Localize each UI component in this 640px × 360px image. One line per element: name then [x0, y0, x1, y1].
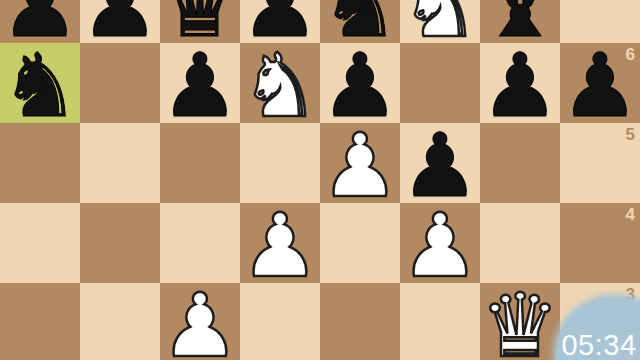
piece-black-pawn-g6[interactable]: ♟: [481, 42, 560, 130]
square-d6[interactable]: ♞: [240, 43, 320, 123]
piece-white-pawn-c3[interactable]: ♟: [161, 282, 240, 360]
rank-label-5: 5: [626, 125, 635, 145]
square-g5[interactable]: [480, 123, 560, 203]
piece-black-knight-a6[interactable]: ♞: [1, 42, 80, 130]
square-b4[interactable]: [80, 203, 160, 283]
rank-label-4: 4: [626, 205, 635, 225]
piece-white-pawn-e5[interactable]: ♟: [321, 122, 400, 210]
board-viewport: ♟♟♛♟♞♞♝♞♟♞♟♟6♟♟♟5♟♟4♟♛3 05:34: [0, 0, 640, 360]
square-a4[interactable]: [0, 203, 80, 283]
square-g3[interactable]: ♛: [480, 283, 560, 360]
square-e6[interactable]: ♟: [320, 43, 400, 123]
clock-time: 05:34: [560, 329, 638, 360]
square-f6[interactable]: [400, 43, 480, 123]
square-g6[interactable]: ♟: [480, 43, 560, 123]
square-b6[interactable]: [80, 43, 160, 123]
square-f5[interactable]: ♟: [400, 123, 480, 203]
square-a3[interactable]: [0, 283, 80, 360]
piece-white-queen-g3[interactable]: ♛: [481, 282, 560, 360]
square-c3[interactable]: ♟: [160, 283, 240, 360]
square-d3[interactable]: [240, 283, 320, 360]
square-g4[interactable]: [480, 203, 560, 283]
piece-black-pawn-c6[interactable]: ♟: [161, 42, 240, 130]
square-a5[interactable]: [0, 123, 80, 203]
square-b3[interactable]: [80, 283, 160, 360]
square-c5[interactable]: [160, 123, 240, 203]
square-f7[interactable]: ♞: [400, 0, 480, 43]
square-h6[interactable]: 6♟: [560, 43, 640, 123]
square-d5[interactable]: [240, 123, 320, 203]
square-f3[interactable]: [400, 283, 480, 360]
piece-white-pawn-d4[interactable]: ♟: [241, 202, 320, 290]
piece-white-pawn-f4[interactable]: ♟: [401, 202, 480, 290]
square-e3[interactable]: [320, 283, 400, 360]
square-d4[interactable]: ♟: [240, 203, 320, 283]
square-c6[interactable]: ♟: [160, 43, 240, 123]
rank-label-6: 6: [626, 45, 635, 65]
square-h4[interactable]: 4: [560, 203, 640, 283]
square-h5[interactable]: 5: [560, 123, 640, 203]
square-e5[interactable]: ♟: [320, 123, 400, 203]
square-a6[interactable]: ♞: [0, 43, 80, 123]
piece-white-knight-d6[interactable]: ♞: [241, 42, 320, 130]
square-e4[interactable]: [320, 203, 400, 283]
chess-board[interactable]: ♟♟♛♟♞♞♝♞♟♞♟♟6♟♟♟5♟♟4♟♛3: [0, 0, 640, 360]
square-f4[interactable]: ♟: [400, 203, 480, 283]
square-c4[interactable]: [160, 203, 240, 283]
square-b7[interactable]: ♟: [80, 0, 160, 43]
square-b5[interactable]: [80, 123, 160, 203]
